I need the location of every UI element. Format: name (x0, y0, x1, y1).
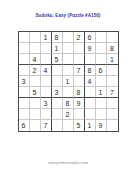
cell-r1c4: 8 (52, 32, 63, 43)
cell-r2c9: 8 (107, 43, 118, 54)
cell-r8c2 (30, 109, 41, 120)
cell-r1c5 (63, 32, 74, 43)
cell-r9c2 (30, 120, 41, 131)
cell-r7c2 (30, 98, 41, 109)
cell-r6c8: 1 (96, 87, 107, 98)
cell-r8c7 (85, 109, 96, 120)
cell-r6c9: 7 (107, 87, 118, 98)
cell-r9c5 (63, 120, 74, 131)
cell-r1c3: 1 (41, 32, 52, 43)
cell-r1c6: 2 (74, 32, 85, 43)
cell-r7c7 (85, 98, 96, 109)
cell-r8c6 (74, 109, 85, 120)
cell-r9c4 (52, 120, 63, 131)
page-title: Sudoku, Easy (Puzzle #A150) (36, 13, 101, 19)
cell-r5c6 (74, 76, 85, 87)
cell-r5c7: 4 (85, 76, 96, 87)
cell-r3c9: 1 (107, 54, 118, 65)
cell-r9c3: 7 (41, 120, 52, 131)
cell-r2c1 (19, 43, 30, 54)
cell-r8c9 (107, 109, 118, 120)
cell-r8c4 (52, 109, 63, 120)
cell-r2c7: 9 (85, 43, 96, 54)
cell-r6c4: 3 (52, 87, 63, 98)
cell-r9c1: 6 (19, 120, 30, 131)
cell-r5c9 (107, 76, 118, 87)
cell-r5c8 (96, 76, 107, 87)
cell-r3c8 (96, 54, 107, 65)
cell-r3c7 (85, 54, 96, 65)
cell-r8c5: 2 (63, 109, 74, 120)
cell-r5c4 (52, 76, 63, 87)
cell-r4c2: 2 (30, 65, 41, 76)
cell-r1c2 (30, 32, 41, 43)
cell-r4c6: 7 (74, 65, 85, 76)
cell-r8c8 (96, 109, 107, 120)
cell-r6c7 (85, 87, 96, 98)
footer-url: www.printfreesudoku.com (48, 161, 88, 166)
cell-r4c5 (63, 65, 74, 76)
cell-r3c2: 4 (30, 54, 41, 65)
cell-r7c3: 3 (41, 98, 52, 109)
cell-r2c4: 1 (52, 43, 63, 54)
cell-r6c1 (19, 87, 30, 98)
cell-r5c1: 3 (19, 76, 30, 87)
cell-r5c2 (30, 76, 41, 87)
cell-r4c9 (107, 65, 118, 76)
sudoku-grid: 18261984512478631453817389267519 (18, 31, 119, 132)
cell-r3c3 (41, 54, 52, 65)
cell-r7c1 (19, 98, 30, 109)
cell-r4c7: 8 (85, 65, 96, 76)
cell-r2c3 (41, 43, 52, 54)
cell-r3c6 (74, 54, 85, 65)
cell-r9c8: 9 (96, 120, 107, 131)
cell-r6c3 (41, 87, 52, 98)
cell-r7c4 (52, 98, 63, 109)
cell-r2c6 (74, 43, 85, 54)
cell-r4c4 (52, 65, 63, 76)
cell-r4c1 (19, 65, 30, 76)
cell-r7c6: 9 (74, 98, 85, 109)
cell-r8c3 (41, 109, 52, 120)
cell-r2c5 (63, 43, 74, 54)
cell-r6c2: 5 (30, 87, 41, 98)
cell-r6c6: 8 (74, 87, 85, 98)
cell-r4c3: 4 (41, 65, 52, 76)
cell-r1c9 (107, 32, 118, 43)
cell-r9c6: 5 (74, 120, 85, 131)
cell-r4c8: 6 (96, 65, 107, 76)
cell-r1c7: 6 (85, 32, 96, 43)
cell-r9c9 (107, 120, 118, 131)
cell-r3c4: 5 (52, 54, 63, 65)
cell-r5c5: 1 (63, 76, 74, 87)
cell-r7c9 (107, 98, 118, 109)
cell-r3c5 (63, 54, 74, 65)
cell-r7c5: 8 (63, 98, 74, 109)
cell-r6c5 (63, 87, 74, 98)
cell-r9c7: 1 (85, 120, 96, 131)
cell-r8c1 (19, 109, 30, 120)
cell-r5c3 (41, 76, 52, 87)
cell-r2c2 (30, 43, 41, 54)
cell-r7c8 (96, 98, 107, 109)
cell-r1c8 (96, 32, 107, 43)
cell-r1c1 (19, 32, 30, 43)
cell-r2c8 (96, 43, 107, 54)
cell-r3c1 (19, 54, 30, 65)
